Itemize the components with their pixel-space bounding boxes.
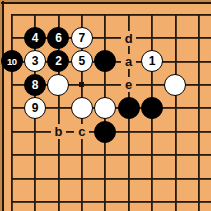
board-intersection-6-2: d <box>117 26 140 49</box>
board-intersection-3-1 <box>47 3 70 26</box>
black-stone-move-10: 10 <box>1 50 23 72</box>
white-stone-move-7: 7 <box>71 27 93 49</box>
white-stone <box>71 97 93 119</box>
board-intersection-3-7 <box>47 143 70 166</box>
board-intersection-7-4 <box>140 73 163 96</box>
board-intersection-5-3 <box>94 50 117 73</box>
black-stone <box>118 97 140 119</box>
board-intersection-8-9 <box>164 190 187 211</box>
white-stone <box>47 74 69 96</box>
point-label-c: c <box>74 124 89 139</box>
board-intersection-6-7 <box>117 143 140 166</box>
board-intersection-9-9 <box>187 190 210 211</box>
board-intersection-1-5 <box>0 97 23 120</box>
board-intersection-6-5 <box>117 97 140 120</box>
black-stone-move-8: 8 <box>24 74 46 96</box>
board-intersection-9-8 <box>187 167 210 190</box>
white-stone-move-3: 3 <box>24 50 46 72</box>
board-intersection-8-8 <box>164 167 187 190</box>
white-stone <box>164 74 186 96</box>
board-intersection-9-6 <box>187 120 210 143</box>
board-intersection-7-9 <box>140 190 163 211</box>
board-intersection-5-4 <box>94 73 117 96</box>
white-stone-move-9: 9 <box>24 97 46 119</box>
board-intersection-6-9 <box>117 190 140 211</box>
board-intersection-8-5 <box>164 97 187 120</box>
point-label-e: e <box>121 77 136 92</box>
board-intersection-6-3: a <box>117 50 140 73</box>
board-intersection-4-7 <box>70 143 93 166</box>
board-intersection-7-3: 1 <box>140 50 163 73</box>
board-intersection-7-6 <box>140 120 163 143</box>
board-intersection-5-2 <box>94 26 117 49</box>
board-intersection-5-8 <box>94 167 117 190</box>
board-intersection-1-3: 10 <box>0 50 23 73</box>
board-intersection-2-3: 3 <box>23 50 46 73</box>
board-intersection-9-5 <box>187 97 210 120</box>
board-intersection-1-9 <box>0 190 23 211</box>
board-intersection-6-6 <box>117 120 140 143</box>
board-intersection-2-2: 4 <box>23 26 46 49</box>
board-intersection-4-9 <box>70 190 93 211</box>
board-intersection-3-6: b <box>47 120 70 143</box>
board-intersection-3-2: 6 <box>47 26 70 49</box>
board-intersection-4-2: 7 <box>70 26 93 49</box>
white-stone-move-5: 5 <box>71 50 93 72</box>
board-intersection-3-9 <box>47 190 70 211</box>
board-intersection-4-3: 5 <box>70 50 93 73</box>
board-intersection-8-1 <box>164 3 187 26</box>
board-intersection-4-5 <box>70 97 93 120</box>
black-stone-move-4: 4 <box>24 27 46 49</box>
black-stone <box>94 50 116 72</box>
board-intersection-1-6 <box>0 120 23 143</box>
board-intersection-9-4 <box>187 73 210 96</box>
black-stone <box>94 121 116 143</box>
board-intersection-1-1 <box>0 3 23 26</box>
board-intersection-6-4: e <box>117 73 140 96</box>
board-intersection-4-4 <box>70 73 93 96</box>
board-intersection-9-7 <box>187 143 210 166</box>
board-intersection-3-5 <box>47 97 70 120</box>
board-intersection-2-1 <box>23 3 46 26</box>
board-intersection-2-7 <box>23 143 46 166</box>
black-stone <box>141 97 163 119</box>
board-intersection-5-9 <box>94 190 117 211</box>
board-intersection-2-8 <box>23 167 46 190</box>
board-intersection-7-1 <box>140 3 163 26</box>
point-label-a: a <box>121 54 136 69</box>
board-intersection-1-7 <box>0 143 23 166</box>
board-intersection-2-5: 9 <box>23 97 46 120</box>
white-stone <box>94 97 116 119</box>
go-board: 467d10325a18e9bc <box>0 3 211 211</box>
board-intersection-9-2 <box>187 26 210 49</box>
board-intersection-6-8 <box>117 167 140 190</box>
point-label-b: b <box>51 124 66 139</box>
board-intersection-2-4: 8 <box>23 73 46 96</box>
board-intersection-9-3 <box>187 50 210 73</box>
board-intersection-3-4 <box>47 73 70 96</box>
board-intersection-3-8 <box>47 167 70 190</box>
board-intersection-4-8 <box>70 167 93 190</box>
board-intersection-6-1 <box>117 3 140 26</box>
board-intersection-7-5 <box>140 97 163 120</box>
board-intersection-8-4 <box>164 73 187 96</box>
board-intersection-8-7 <box>164 143 187 166</box>
board-intersection-7-2 <box>140 26 163 49</box>
board-intersection-8-6 <box>164 120 187 143</box>
board-intersection-1-4 <box>0 73 23 96</box>
point-label-d: d <box>121 31 136 46</box>
black-stone-move-6: 6 <box>47 27 69 49</box>
board-intersection-2-9 <box>23 190 46 211</box>
board-intersection-3-3: 2 <box>47 50 70 73</box>
board-intersection-5-5 <box>94 97 117 120</box>
board-intersection-1-2 <box>0 26 23 49</box>
go-diagram: 467d10325a18e9bc <box>0 0 211 211</box>
board-intersection-8-2 <box>164 26 187 49</box>
star-point <box>79 82 84 87</box>
black-stone-move-2: 2 <box>47 50 69 72</box>
board-intersection-7-7 <box>140 143 163 166</box>
board-intersection-5-7 <box>94 143 117 166</box>
board-intersection-4-6: c <box>70 120 93 143</box>
board-intersection-2-6 <box>23 120 46 143</box>
white-stone-move-1: 1 <box>141 50 163 72</box>
board-intersection-8-3 <box>164 50 187 73</box>
board-intersection-4-1 <box>70 3 93 26</box>
board-intersection-5-6 <box>94 120 117 143</box>
board-intersection-5-1 <box>94 3 117 26</box>
board-intersection-1-8 <box>0 167 23 190</box>
board-intersection-9-1 <box>187 3 210 26</box>
board-intersection-7-8 <box>140 167 163 190</box>
